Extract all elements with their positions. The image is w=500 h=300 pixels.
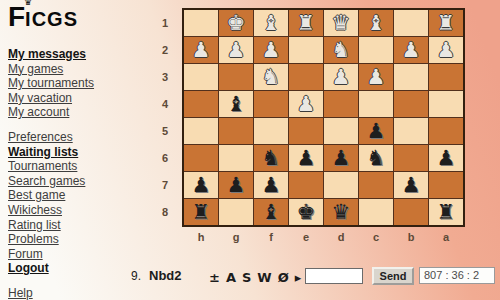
square-e4[interactable]: ♟ (289, 91, 323, 117)
game-clock: 807 : 36 : 2 (419, 267, 495, 284)
square-d4[interactable] (324, 91, 358, 117)
square-e7[interactable] (289, 172, 323, 198)
file-label-g: g (219, 231, 253, 243)
black-pawn: ♟ (437, 148, 456, 169)
square-h5[interactable] (184, 118, 218, 144)
symbol-null[interactable]: Ø (278, 270, 289, 285)
square-d7[interactable] (324, 172, 358, 198)
black-king: ♚ (297, 202, 316, 223)
file-label-c: c (359, 231, 393, 243)
crown-icon: ♛ (24, 0, 32, 7)
square-h6[interactable] (184, 145, 218, 171)
square-d5[interactable] (324, 118, 358, 144)
white-pawn: ♟ (402, 40, 421, 61)
square-e2[interactable] (289, 37, 323, 63)
rank-label-7: 7 (152, 172, 178, 198)
square-h4[interactable] (184, 91, 218, 117)
white-queen: ♛ (332, 13, 351, 34)
white-rook: ♜ (297, 13, 316, 34)
square-a1[interactable]: ♜ (429, 10, 463, 36)
rank-label-3: 3 (152, 64, 178, 90)
square-f8[interactable]: ♝ (254, 199, 288, 225)
square-g1[interactable]: ♚ (219, 10, 253, 36)
square-c2[interactable] (359, 37, 393, 63)
sidebar-link-best-game[interactable]: Best game (8, 188, 138, 203)
move-controls: 9. Nbd2 ±ASWØ▸ Send 807 : 36 : 2 (0, 265, 500, 291)
square-f2[interactable]: ♟ (254, 37, 288, 63)
square-d6[interactable]: ♟ (324, 145, 358, 171)
square-e3[interactable] (289, 64, 323, 90)
move-input[interactable] (305, 268, 363, 284)
square-a6[interactable]: ♟ (429, 145, 463, 171)
black-pawn: ♟ (262, 175, 281, 196)
white-pawn: ♟ (227, 40, 246, 61)
square-e6[interactable]: ♟ (289, 145, 323, 171)
sidebar-link-waiting-lists[interactable]: Waiting lists (8, 145, 138, 160)
plus-minus-symbol[interactable]: ± (209, 270, 220, 285)
logo-letters: ICGS (25, 8, 78, 30)
rank-label-1: 1 (152, 10, 178, 36)
square-h3[interactable] (184, 64, 218, 90)
square-a7[interactable] (429, 172, 463, 198)
symbol-w[interactable]: W (257, 270, 271, 285)
file-label-e: e (289, 231, 323, 243)
square-b7[interactable]: ♟ (394, 172, 428, 198)
sidebar-link-wikichess[interactable]: Wikichess (8, 203, 138, 218)
white-pawn: ♟ (192, 40, 211, 61)
square-h7[interactable]: ♟ (184, 172, 218, 198)
square-g8[interactable] (219, 199, 253, 225)
send-button[interactable]: Send (372, 267, 414, 285)
sidebar-link-my-tournaments[interactable]: My tournaments (8, 76, 138, 91)
square-b5[interactable] (394, 118, 428, 144)
file-label-a: a (429, 231, 463, 243)
square-b4[interactable] (394, 91, 428, 117)
file-label-f: f (254, 231, 288, 243)
square-b2[interactable]: ♟ (394, 37, 428, 63)
black-rook: ♜ (192, 202, 211, 223)
square-a5[interactable] (429, 118, 463, 144)
sidebar-link-search-games[interactable]: Search games (8, 174, 138, 189)
square-b3[interactable] (394, 64, 428, 90)
square-h2[interactable]: ♟ (184, 37, 218, 63)
square-c5[interactable]: ♟ (359, 118, 393, 144)
black-pawn: ♟ (367, 121, 386, 142)
sidebar-link-forum[interactable]: Forum (8, 247, 138, 262)
square-c6[interactable]: ♞ (359, 145, 393, 171)
move-number: 9. (131, 269, 141, 283)
white-bishop: ♝ (262, 13, 281, 34)
rank-label-8: 8 (152, 199, 178, 225)
sidebar: My messagesMy gamesMy tournamentsMy vaca… (8, 47, 138, 300)
square-h8[interactable]: ♜ (184, 199, 218, 225)
square-a3[interactable] (429, 64, 463, 90)
white-pawn: ♟ (367, 67, 386, 88)
square-d2[interactable]: ♞ (324, 37, 358, 63)
square-b1[interactable] (394, 10, 428, 36)
white-pawn: ♟ (437, 40, 456, 61)
square-a8[interactable]: ♜ (429, 199, 463, 225)
rank-label-5: 5 (152, 118, 178, 144)
square-c4[interactable] (359, 91, 393, 117)
symbol-s[interactable]: S (242, 270, 251, 285)
square-f6[interactable]: ♞ (254, 145, 288, 171)
sidebar-link-rating-list[interactable]: Rating list (8, 218, 138, 233)
square-a2[interactable]: ♟ (429, 37, 463, 63)
square-f5[interactable] (254, 118, 288, 144)
black-pawn: ♟ (192, 175, 211, 196)
square-b6[interactable] (394, 145, 428, 171)
rank-label-6: 6 (152, 145, 178, 171)
white-knight: ♞ (262, 67, 281, 88)
logo-letter-f: F (8, 1, 25, 32)
square-d3[interactable]: ♟ (324, 64, 358, 90)
rank-label-2: 2 (152, 37, 178, 63)
annotation-symbols: ±ASWØ▸ (209, 268, 307, 286)
square-f1[interactable]: ♝ (254, 10, 288, 36)
sidebar-link-my-messages[interactable]: My messages (8, 47, 138, 62)
square-g4[interactable]: ♝ (219, 91, 253, 117)
square-f7[interactable]: ♟ (254, 172, 288, 198)
rank-labels: 12345678 (152, 10, 178, 225)
white-pawn: ♟ (262, 40, 281, 61)
file-label-h: h (184, 231, 218, 243)
black-knight: ♞ (262, 148, 281, 169)
square-d1[interactable]: ♛ (324, 10, 358, 36)
square-c1[interactable]: ♝ (359, 10, 393, 36)
last-move: Nbd2 (149, 268, 182, 283)
square-g5[interactable] (219, 118, 253, 144)
file-labels: hgfedcba (182, 231, 463, 243)
square-c3[interactable]: ♟ (359, 64, 393, 90)
square-g7[interactable]: ♟ (219, 172, 253, 198)
white-rook: ♜ (437, 13, 456, 34)
chess-board: ♚♝♜♛♝♜♟♟♟♞♟♟♞♟♟♝♟♟♞♟♟♞♟♟♟♟♟♜♝♚♛♜ (182, 8, 465, 227)
square-b8[interactable] (394, 199, 428, 225)
sidebar-link-problems[interactable]: Problems (8, 232, 138, 247)
ficgs-logo[interactable]: ♛FICGS (8, 2, 78, 32)
file-label-b: b (394, 231, 428, 243)
black-queen: ♛ (332, 202, 351, 223)
black-bishop: ♝ (262, 202, 281, 223)
white-bishop: ♝ (367, 13, 386, 34)
white-knight: ♞ (332, 40, 351, 61)
square-h1[interactable] (184, 10, 218, 36)
white-pawn: ♟ (297, 94, 316, 115)
square-e1[interactable]: ♜ (289, 10, 323, 36)
rank-label-4: 4 (152, 91, 178, 117)
square-a4[interactable] (429, 91, 463, 117)
square-f3[interactable]: ♞ (254, 64, 288, 90)
square-c8[interactable] (359, 199, 393, 225)
black-pawn: ♟ (332, 148, 351, 169)
sidebar-link-tournaments[interactable]: Tournaments (8, 159, 138, 174)
black-pawn: ♟ (227, 175, 246, 196)
white-pawn: ♟ (332, 67, 351, 88)
white-king: ♚ (227, 13, 246, 34)
black-knight: ♞ (367, 148, 386, 169)
black-rook: ♜ (437, 202, 456, 223)
play-forward-icon[interactable]: ▸ (295, 270, 302, 285)
square-g2[interactable]: ♟ (219, 37, 253, 63)
square-e8[interactable]: ♚ (289, 199, 323, 225)
black-bishop: ♝ (227, 94, 246, 115)
square-f4[interactable] (254, 91, 288, 117)
square-g3[interactable] (219, 64, 253, 90)
square-c7[interactable] (359, 172, 393, 198)
sidebar-link-my-vacation[interactable]: My vacation (8, 91, 138, 106)
symbol-a[interactable]: A (226, 270, 236, 285)
sidebar-link-preferences[interactable]: Preferences (8, 130, 138, 145)
black-pawn: ♟ (297, 148, 316, 169)
sidebar-link-my-games[interactable]: My games (8, 62, 138, 77)
square-d8[interactable]: ♛ (324, 199, 358, 225)
file-label-d: d (324, 231, 358, 243)
sidebar-link-my-account[interactable]: My account (8, 105, 138, 120)
black-pawn: ♟ (402, 175, 421, 196)
square-g6[interactable] (219, 145, 253, 171)
square-e5[interactable] (289, 118, 323, 144)
